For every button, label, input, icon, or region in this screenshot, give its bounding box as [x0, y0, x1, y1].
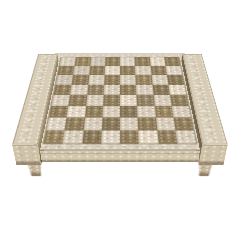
square-d6 — [104, 75, 120, 85]
square-d8 — [105, 57, 120, 66]
square-a2 — [46, 117, 66, 130]
square-g8 — [149, 57, 165, 66]
square-h3 — [171, 106, 191, 118]
square-g5 — [152, 84, 170, 94]
chessboard-3d — [0, 59, 240, 170]
square-h6 — [167, 75, 185, 85]
left-rail-front — [12, 145, 41, 166]
square-h4 — [170, 95, 189, 106]
square-a7 — [58, 66, 75, 75]
square-g2 — [155, 117, 175, 130]
right-rail-front — [199, 145, 228, 166]
square-h8 — [164, 57, 180, 66]
square-f5 — [136, 84, 153, 94]
square-e6 — [120, 75, 136, 85]
square-c8 — [90, 57, 106, 66]
square-e7 — [120, 66, 136, 75]
square-a3 — [49, 106, 69, 118]
square-f3 — [137, 106, 155, 118]
square-b1 — [63, 130, 83, 144]
square-g1 — [157, 130, 177, 144]
square-g7 — [150, 66, 166, 75]
square-c7 — [89, 66, 105, 75]
board-front-edge — [33, 150, 207, 162]
square-g4 — [153, 95, 171, 106]
square-e5 — [120, 84, 137, 94]
square-f6 — [136, 75, 153, 85]
square-d3 — [102, 106, 120, 118]
square-b6 — [72, 75, 89, 85]
square-d7 — [104, 66, 120, 75]
square-f4 — [137, 95, 155, 106]
square-d2 — [102, 117, 120, 130]
square-d4 — [103, 95, 120, 106]
square-h1 — [175, 130, 196, 144]
square-e2 — [120, 117, 138, 130]
square-a4 — [51, 95, 70, 106]
square-b5 — [70, 84, 88, 94]
square-e1 — [120, 130, 139, 144]
square-g3 — [154, 106, 173, 118]
square-a6 — [56, 75, 74, 85]
square-g6 — [151, 75, 168, 85]
square-d5 — [103, 84, 120, 94]
square-e4 — [120, 95, 137, 106]
square-f8 — [135, 57, 151, 66]
square-c5 — [87, 84, 104, 94]
square-b2 — [65, 117, 85, 130]
square-b7 — [73, 66, 89, 75]
chessboard-grid — [44, 57, 197, 143]
square-f2 — [138, 117, 157, 130]
square-b8 — [75, 57, 91, 66]
square-h5 — [168, 84, 186, 94]
square-a5 — [54, 84, 72, 94]
square-h7 — [165, 66, 182, 75]
square-f1 — [138, 130, 158, 144]
square-c6 — [88, 75, 105, 85]
square-h2 — [173, 117, 193, 130]
square-b3 — [67, 106, 86, 118]
square-c4 — [86, 95, 104, 106]
square-c1 — [82, 130, 102, 144]
square-b4 — [69, 95, 87, 106]
product-photo-travertine-chessboard — [0, 0, 240, 240]
square-d1 — [101, 130, 120, 144]
square-a8 — [60, 57, 76, 66]
square-e8 — [120, 57, 135, 66]
square-f7 — [135, 66, 151, 75]
square-e3 — [120, 106, 138, 118]
board-surface — [33, 53, 207, 150]
square-c2 — [83, 117, 102, 130]
square-a1 — [44, 130, 65, 144]
square-c3 — [85, 106, 103, 118]
